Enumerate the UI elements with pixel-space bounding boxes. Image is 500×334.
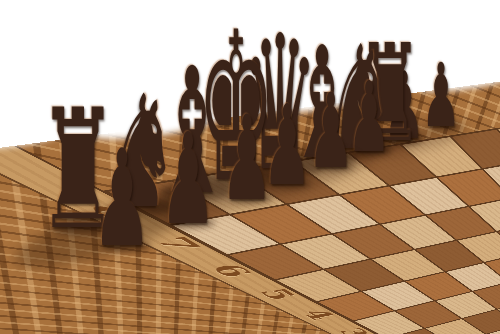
piece-f7-pawn: ♟ [221, 100, 273, 217]
product-photo: 87654321 ♜♞♝♚♛♝♞♜♟♟♟♟♟♟♟♟ [0, 0, 500, 334]
piece-a7-pawn: ♟ [421, 52, 461, 140]
piece-g7-pawn: ♟ [160, 117, 217, 243]
piece-h7-pawn: ♟ [92, 133, 152, 267]
